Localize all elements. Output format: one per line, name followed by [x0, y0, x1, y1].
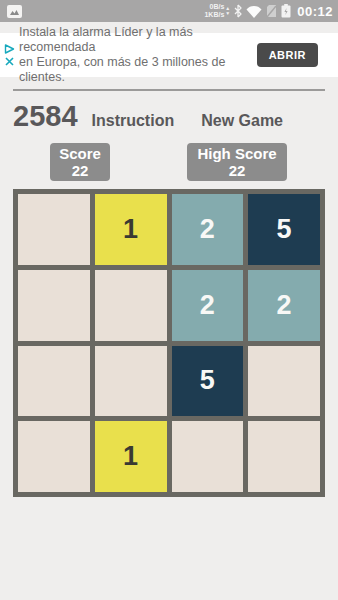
board-cell-r0c1: 1: [95, 194, 167, 265]
down-arrow-icon: ▼: [225, 11, 230, 16]
photo-notification-icon: [7, 5, 22, 18]
instruction-button[interactable]: Instruction: [92, 112, 175, 130]
ad-close-icon[interactable]: [5, 57, 14, 66]
board-cell-r0c0: [18, 194, 90, 265]
board-cell-r2c1: [95, 346, 167, 417]
game-board[interactable]: 1 2 5 2 2 5 1: [13, 189, 325, 497]
board-cell-r3c2: [172, 421, 244, 492]
high-score-label: High Score: [187, 145, 287, 162]
ad-text-line2: en Europa, con más de 3 millones de clie…: [19, 55, 237, 85]
battery-icon: [281, 4, 291, 18]
board-cell-r1c3: 2: [248, 270, 320, 341]
board-cell-r3c0: [18, 421, 90, 492]
ad-text[interactable]: Instala la alarma Líder y la más recomen…: [19, 25, 237, 85]
board-cell-r1c2: 2: [172, 270, 244, 341]
wifi-icon: [246, 5, 262, 18]
no-sim-icon: [266, 4, 277, 18]
ad-banner: Instala la alarma Líder y la más recomen…: [0, 33, 338, 77]
board-cell-r2c2: 5: [172, 346, 244, 417]
header-row: 2584 Instruction New Game: [13, 100, 338, 133]
high-score-value: 22: [187, 162, 287, 179]
clock-text: 00:12: [297, 4, 333, 19]
page-title: 2584: [13, 100, 78, 133]
network-speed-indicator: 0B/s 1KB/s ▲ ▼: [204, 3, 230, 19]
board-cell-r1c1: [95, 270, 167, 341]
board-cell-r2c3: [248, 346, 320, 417]
board-cell-r2c0: [18, 346, 90, 417]
ad-text-line1: Instala la alarma Líder y la más recomen…: [19, 25, 237, 55]
net-down-text: 1KB/s: [204, 11, 224, 19]
new-game-button[interactable]: New Game: [201, 112, 283, 130]
score-value: 22: [50, 162, 110, 179]
high-score-badge: High Score 22: [187, 143, 287, 181]
score-row: Score 22 High Score 22: [0, 143, 338, 181]
score-label: Score: [50, 145, 110, 162]
board-cell-r0c3: 5: [248, 194, 320, 265]
net-up-text: 0B/s: [204, 3, 224, 11]
status-bar: 0B/s 1KB/s ▲ ▼: [0, 0, 338, 22]
adchoices-icon[interactable]: [4, 44, 15, 54]
ad-open-button[interactable]: ABRIR: [257, 43, 318, 67]
score-badge: Score 22: [50, 143, 110, 181]
board-cell-r1c0: [18, 270, 90, 341]
bluetooth-icon: [234, 4, 242, 18]
board-cell-r3c3: [248, 421, 320, 492]
board-cell-r0c2: 2: [172, 194, 244, 265]
divider: [13, 89, 325, 91]
board-cell-r3c1: 1: [95, 421, 167, 492]
